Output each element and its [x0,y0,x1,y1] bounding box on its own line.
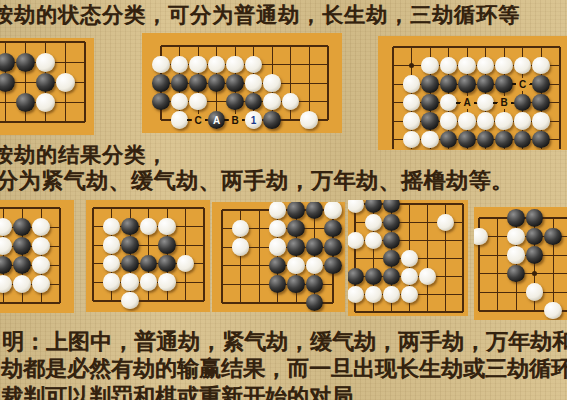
board-intersection: B [495,93,514,112]
black-stone [269,275,287,293]
board-intersection [139,291,158,310]
white-stone [300,111,318,129]
board-intersection [158,273,177,292]
board-intersection [102,273,121,292]
board-intersection [439,75,458,94]
board-intersection [400,285,418,303]
grid-line-v [160,111,162,120]
board-intersection [102,291,121,310]
black-stone [152,74,170,92]
board-intersection [152,37,171,56]
board-intersection [0,237,13,256]
board-intersection [281,37,300,56]
board-intersection [544,227,563,246]
board-intersection [152,92,171,111]
grid-line-h [222,265,231,266]
board-intersection [562,283,567,302]
white-stone [495,57,513,75]
grid-line-v [409,303,410,312]
board-intersection [318,111,337,130]
white-stone [401,250,418,267]
white-stone [189,93,207,111]
board-intersection [226,55,245,74]
board-intersection [495,112,514,131]
board-intersection [170,111,189,130]
board-intersection [0,72,15,92]
star-point [409,63,414,68]
board-intersection [281,111,300,130]
board-intersection [532,93,551,112]
grid-line-v [559,93,561,112]
grid-line-v [541,47,542,56]
grid-line-h [355,311,364,313]
grid-line-v [314,219,315,238]
board-intersection [189,37,208,56]
grid-line-v [240,210,241,219]
grid-line-v [534,301,535,310]
grid-line-v [65,92,66,112]
board-intersection [263,37,282,56]
grid-line-h [393,84,402,85]
board-intersection [231,275,250,294]
black-stone [287,220,305,238]
board-intersection [287,275,306,294]
board-intersection [176,200,195,217]
grid-line-h [393,121,402,122]
black-stone [269,257,287,275]
grid-line-h [222,228,231,229]
black-stone [13,237,31,255]
black-stone [383,250,400,267]
black-stone [16,53,35,72]
board-intersection [139,236,158,255]
grid-line-v [59,218,61,237]
board-intersection [525,301,544,320]
board-intersection [158,254,177,273]
black-stone [324,220,342,238]
board-intersection [384,93,403,112]
white-stone [507,228,525,246]
board-intersection [476,112,495,131]
board-intersection [176,273,195,292]
grid-line-v [221,293,223,302]
board-intersection [400,231,418,249]
grid-line-v [290,46,291,55]
board-intersection [268,293,287,312]
board-intersection [75,52,94,72]
board-intersection [495,130,514,149]
board-intersection [476,56,495,75]
black-stone [16,93,35,112]
board-intersection [102,254,121,273]
grid-line-v [427,303,428,312]
grid-line-h [93,226,102,227]
grid-line-v [445,249,446,267]
board-intersection [436,200,454,213]
grid-line-v [430,47,431,56]
board-intersection [244,55,263,74]
grid-line-v [185,208,186,217]
board-intersection [418,213,436,231]
board-intersection [250,219,269,238]
black-stone [306,238,324,256]
board-intersection [550,75,567,94]
grid-line-v [392,112,394,131]
board-intersection [439,112,458,131]
grid-line-v [497,264,498,283]
board-intersection [287,238,306,257]
caption-mid-2: 分为紧气劫、缓气劫、两手劫，万年劫、摇橹劫等。 [0,166,514,196]
board-intersection [382,200,400,213]
board-intersection [513,56,532,75]
board-intersection [226,37,245,56]
grid-line-v [427,213,428,231]
grid-line-h [161,119,170,121]
board-intersection [550,93,567,112]
board-intersection [384,130,403,149]
board-intersection [213,293,232,312]
grid-line-v [3,294,4,304]
board-intersection [244,74,263,93]
board-intersection [364,200,382,213]
board-intersection [231,219,250,238]
board-intersection [488,227,507,246]
grid-line-v [497,301,498,310]
white-stone [103,255,121,273]
board-intersection [364,285,382,303]
board-intersection [439,56,458,75]
white-stone [36,53,55,72]
board-intersection [421,38,440,57]
white-stone [0,218,12,236]
board-intersection [0,92,15,112]
grid-line-v [111,208,112,217]
board-intersection [207,92,226,111]
go-board-ordinary-ko-demo [0,38,94,135]
grid-line-v [277,293,278,302]
board-intersection [324,238,343,257]
grid-line-v [478,283,480,302]
board-intersection [287,202,306,219]
label-dash [187,119,191,121]
board-intersection [382,267,400,285]
grid-line-v [221,210,223,219]
board-intersection [324,293,343,312]
grid-line-h [562,236,567,237]
board-intersection [305,202,324,219]
board-intersection [15,52,35,72]
black-stone [13,218,31,236]
grid-line-v [221,275,223,294]
grid-line-h [479,292,488,293]
black-stone [495,75,513,93]
grid-line-h [222,209,231,211]
board-intersection [474,209,488,228]
board-intersection [495,75,514,94]
board-intersection [86,291,102,310]
grid-line-v [327,46,329,55]
black-stone [158,236,176,254]
grid-line-v [235,46,236,55]
white-stone [348,200,364,213]
board-intersection [213,202,232,219]
board-intersection [170,92,189,111]
grid-line-v [448,47,449,56]
black-stone [324,238,342,256]
grid-line-v [259,210,260,219]
board-intersection [268,256,287,275]
board-intersection [102,236,121,255]
board-intersection [32,237,51,256]
grid-line-v [148,208,149,217]
grid-line-v [259,238,260,257]
grid-line-v [5,42,6,52]
white-stone [440,94,458,112]
board-intersection [207,55,226,74]
white-stone [514,57,532,75]
board-intersection [32,256,51,275]
board-intersection [55,112,75,132]
board-intersection [86,217,102,236]
white-stone [232,238,250,256]
board-intersection [195,236,210,255]
caption-bottom-2: 劫都是必然有劫的输赢结果，而一旦出现长生劫或三劫循环 [1,354,567,384]
grid-line-v [203,208,205,217]
black-stone [245,93,263,111]
board-intersection [421,56,440,75]
board-intersection: B [226,111,245,130]
grid-line-v [84,72,86,92]
board-intersection [231,256,250,275]
grid-line-v [409,213,410,231]
black-stone [306,294,324,312]
white-stone [177,255,195,273]
grid-line-v [130,208,131,217]
black-stone [263,111,281,129]
board-intersection [402,75,421,94]
grid-line-v [25,72,26,92]
grid-line-v [373,249,374,267]
grid-line-v [65,112,66,122]
grid-line-v [327,92,329,111]
white-stone-label-1: 1 [245,111,263,129]
board-intersection [75,38,94,52]
grid-line-v [167,291,168,300]
board-intersection [318,55,337,74]
board-intersection [213,256,232,275]
grid-line-v [478,246,480,265]
board-intersection [86,200,102,217]
grid-line-v [221,256,223,275]
grid-line-v [559,56,561,75]
grid-line-v [559,130,561,149]
board-intersection [458,75,477,94]
grid-line-v [259,219,260,238]
board-intersection [513,130,532,149]
grid-line-v [462,204,464,213]
board-intersection [231,238,250,257]
board-intersection [263,74,282,93]
board-intersection [525,246,544,265]
board-intersection [400,213,418,231]
black-stone [383,200,400,213]
black-stone [158,255,176,273]
board-intersection [300,37,319,56]
grid-line-v [409,204,410,213]
grid-line-h [222,284,231,285]
grid-line-h [0,102,15,103]
white-stone [365,286,382,303]
grid-line-v [45,112,46,122]
black-stone [0,256,12,274]
black-stone [532,94,550,112]
board-intersection [13,237,32,256]
white-stone [103,273,121,291]
white-stone [437,214,454,231]
board-intersection [244,92,263,111]
board-intersection [158,236,177,255]
white-stone [269,238,287,256]
point-label-B: B [229,114,242,127]
white-stone [401,286,418,303]
go-board-triple-ko: CAB [378,36,567,150]
grid-line-h [562,217,567,219]
board-intersection [421,130,440,149]
white-stone [232,220,250,238]
grid-line-v [198,46,199,55]
white-stone [403,112,421,130]
white-stone [477,57,495,75]
grid-line-v [185,217,186,236]
white-stone [348,232,364,249]
board-intersection [300,92,319,111]
black-stone [152,93,170,111]
board-intersection [121,200,140,217]
board-intersection [207,74,226,93]
board-intersection [488,209,507,228]
board-intersection [400,200,418,213]
board-intersection [364,231,382,249]
board-intersection [495,56,514,75]
board-intersection [281,55,300,74]
black-stone [287,238,305,256]
board-intersection [318,92,337,111]
board-intersection [158,291,177,310]
board-intersection [421,75,440,94]
board-intersection [51,256,70,275]
board-intersection [121,254,140,273]
grid-line-v [309,74,310,93]
grid-line-v [203,273,205,292]
white-stone [282,93,300,111]
grid-line-v [478,301,480,310]
board-intersection: C [189,111,208,130]
board-intersection [532,75,551,94]
board-intersection [382,213,400,231]
white-stone [171,56,189,74]
board-intersection [525,264,544,283]
board-intersection [195,254,210,273]
grid-line-v [427,204,428,213]
grid-line-h [93,207,102,209]
board-intersection [562,209,567,228]
caption-bottom-1: 明：上图中，普通劫，紧气劫，缓气劫，两手劫，万年劫和 [2,327,567,357]
white-stone [458,112,476,130]
board-intersection [244,37,263,56]
white-stone [103,236,121,254]
grid-line-v [59,208,61,218]
board-intersection [324,256,343,275]
grid-line-v [327,55,329,74]
grid-line-v [392,130,394,149]
grid-line-v [445,303,446,312]
board-intersection [86,273,102,292]
board-intersection [495,38,514,57]
board-intersection [436,267,454,285]
grid-line-v [553,218,554,227]
board-intersection [418,231,436,249]
black-stone [348,268,364,285]
label-dash [224,119,228,121]
white-stone [458,57,476,75]
black-stone [171,74,189,92]
board-intersection [418,303,436,316]
black-stone [421,75,439,93]
board-intersection [550,56,567,75]
board-intersection [324,275,343,294]
board-intersection [268,238,287,257]
board-intersection [35,72,55,92]
grid-line-v [411,47,412,56]
board-intersection [226,74,245,93]
white-stone [121,273,139,291]
board-intersection [213,275,232,294]
board-intersection [454,303,468,316]
board-intersection [364,249,382,267]
white-stone [189,56,207,74]
board-intersection: 1 [244,111,263,130]
board-intersection [15,38,35,52]
board-intersection [152,111,171,130]
black-stone [287,275,305,293]
grid-line-v [516,283,517,302]
grid-line-h [479,273,488,274]
board-intersection [474,227,488,246]
white-stone [158,218,176,236]
point-label-C: C [516,78,529,91]
board-intersection [384,75,403,94]
grid-line-v [84,112,86,122]
board-intersection [525,283,544,302]
board-intersection [384,56,403,75]
board-intersection [476,130,495,149]
board-intersection [195,200,210,217]
black-stone [421,94,439,112]
black-stone [532,131,550,149]
grid-line-v [185,236,186,255]
grid-line-v [392,47,394,56]
grid-line-h [562,310,567,312]
board-intersection [507,227,526,246]
board-intersection [439,93,458,112]
grid-line-v [296,293,297,302]
board-intersection [32,294,51,313]
black-stone [526,209,544,227]
board-intersection [458,38,477,57]
board-intersection [305,256,324,275]
board-intersection [250,202,269,219]
grid-line-h [479,217,488,219]
